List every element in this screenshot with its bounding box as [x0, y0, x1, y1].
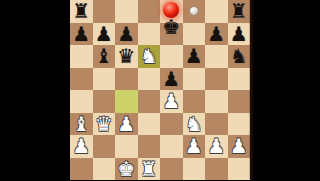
- video-frame: ♜♚♜♟♟♟♟♟♝♛♞♟♞♟♟♝♛♟♞♟♟♟♟♚♜: [0, 0, 320, 180]
- square-c8[interactable]: [115, 0, 138, 23]
- square-e6[interactable]: [160, 45, 183, 68]
- square-d4[interactable]: [138, 90, 161, 113]
- white-pawn[interactable]: ♟: [183, 135, 206, 158]
- letterbox-right-bar: [253, 0, 320, 180]
- white-pawn[interactable]: ♟: [70, 135, 93, 158]
- square-g4[interactable]: [205, 90, 228, 113]
- square-d3[interactable]: [138, 113, 161, 136]
- square-g5[interactable]: [205, 68, 228, 91]
- square-c3[interactable]: ♟: [115, 113, 138, 136]
- square-d7[interactable]: [138, 23, 161, 46]
- square-f3[interactable]: ♞: [183, 113, 206, 136]
- black-pawn[interactable]: ♟: [183, 45, 206, 68]
- black-pawn[interactable]: ♟: [115, 23, 138, 46]
- black-pawn[interactable]: ♟: [228, 23, 251, 46]
- square-g7[interactable]: ♟: [205, 23, 228, 46]
- black-rook[interactable]: ♜: [228, 0, 251, 23]
- square-h4[interactable]: [228, 90, 251, 113]
- black-bishop[interactable]: ♝: [93, 45, 116, 68]
- white-knight[interactable]: ♞: [183, 113, 206, 136]
- square-g1[interactable]: [205, 158, 228, 181]
- black-king[interactable]: ♚: [160, 16, 183, 39]
- white-pawn[interactable]: ♟: [115, 113, 138, 136]
- square-e1[interactable]: [160, 158, 183, 181]
- square-c2[interactable]: [115, 135, 138, 158]
- square-b2[interactable]: [93, 135, 116, 158]
- square-h6[interactable]: ♞: [228, 45, 251, 68]
- square-d8[interactable]: [138, 0, 161, 23]
- board-right-edge-shadow: [249, 0, 254, 180]
- square-h5[interactable]: [228, 68, 251, 91]
- white-king[interactable]: ♚: [115, 158, 138, 181]
- white-rook[interactable]: ♜: [138, 158, 161, 181]
- square-e5[interactable]: ♟: [160, 68, 183, 91]
- square-g2[interactable]: ♟: [205, 135, 228, 158]
- white-pawn[interactable]: ♟: [160, 90, 183, 113]
- square-b8[interactable]: [93, 0, 116, 23]
- square-h2[interactable]: ♟: [228, 135, 251, 158]
- square-a5[interactable]: [70, 68, 93, 91]
- square-b5[interactable]: [93, 68, 116, 91]
- square-a1[interactable]: [70, 158, 93, 181]
- black-knight[interactable]: ♞: [228, 45, 251, 68]
- black-pawn[interactable]: ♟: [205, 23, 228, 46]
- chess-board[interactable]: ♜♚♜♟♟♟♟♟♝♛♞♟♞♟♟♝♛♟♞♟♟♟♟♚♜: [70, 0, 250, 180]
- square-a8[interactable]: ♜: [70, 0, 93, 23]
- square-a6[interactable]: [70, 45, 93, 68]
- square-f5[interactable]: [183, 68, 206, 91]
- square-d2[interactable]: [138, 135, 161, 158]
- black-pawn[interactable]: ♟: [93, 23, 116, 46]
- square-d1[interactable]: ♜: [138, 158, 161, 181]
- square-d5[interactable]: [138, 68, 161, 91]
- black-rook[interactable]: ♜: [70, 0, 93, 23]
- black-pawn[interactable]: ♟: [70, 23, 93, 46]
- square-a3[interactable]: ♝: [70, 113, 93, 136]
- white-pawn[interactable]: ♟: [205, 135, 228, 158]
- square-e3[interactable]: [160, 113, 183, 136]
- square-a2[interactable]: ♟: [70, 135, 93, 158]
- square-f7[interactable]: [183, 23, 206, 46]
- square-a7[interactable]: ♟: [70, 23, 93, 46]
- letterbox-left-bar: [0, 0, 70, 180]
- square-b7[interactable]: ♟: [93, 23, 116, 46]
- white-knight[interactable]: ♞: [138, 45, 161, 68]
- white-bishop[interactable]: ♝: [70, 113, 93, 136]
- square-d6[interactable]: ♞: [138, 45, 161, 68]
- square-c5[interactable]: [115, 68, 138, 91]
- square-c7[interactable]: ♟: [115, 23, 138, 46]
- square-b1[interactable]: [93, 158, 116, 181]
- square-f1[interactable]: [183, 158, 206, 181]
- square-f6[interactable]: ♟: [183, 45, 206, 68]
- square-c4[interactable]: [115, 90, 138, 113]
- white-queen[interactable]: ♛: [93, 113, 116, 136]
- square-c6[interactable]: ♛: [115, 45, 138, 68]
- square-g6[interactable]: [205, 45, 228, 68]
- square-g3[interactable]: [205, 113, 228, 136]
- square-h7[interactable]: ♟: [228, 23, 251, 46]
- square-h3[interactable]: [228, 113, 251, 136]
- square-e4[interactable]: ♟: [160, 90, 183, 113]
- square-b6[interactable]: ♝: [93, 45, 116, 68]
- square-b4[interactable]: [93, 90, 116, 113]
- square-a4[interactable]: [70, 90, 93, 113]
- square-b3[interactable]: ♛: [93, 113, 116, 136]
- square-c1[interactable]: ♚: [115, 158, 138, 181]
- square-h8[interactable]: ♜: [228, 0, 251, 23]
- square-e2[interactable]: [160, 135, 183, 158]
- black-queen[interactable]: ♛: [115, 45, 138, 68]
- square-f4[interactable]: [183, 90, 206, 113]
- square-f2[interactable]: ♟: [183, 135, 206, 158]
- white-particle-dot: [190, 7, 198, 15]
- square-g8[interactable]: [205, 0, 228, 23]
- white-pawn[interactable]: ♟: [228, 135, 251, 158]
- black-pawn[interactable]: ♟: [160, 68, 183, 91]
- square-h1[interactable]: [228, 158, 251, 181]
